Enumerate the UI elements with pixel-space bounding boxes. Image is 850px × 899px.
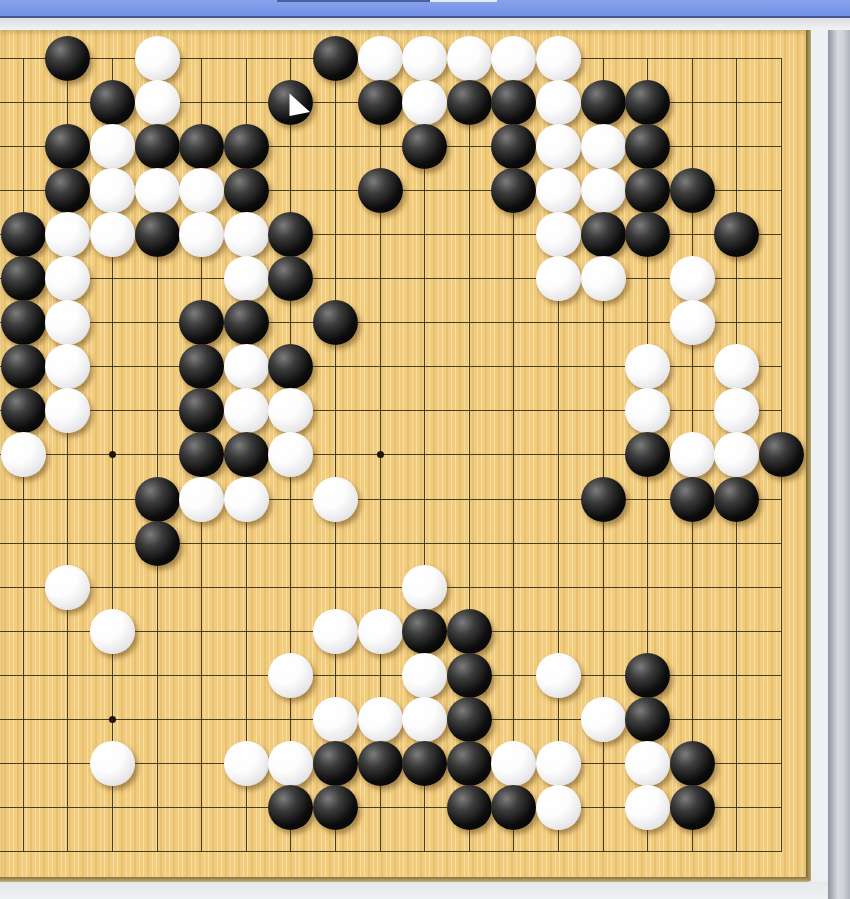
black-stone bbox=[358, 168, 403, 213]
white-stone bbox=[1, 432, 46, 477]
row-label-strip bbox=[811, 30, 828, 881]
black-stone bbox=[581, 477, 626, 522]
white-stone bbox=[402, 36, 447, 81]
white-stone bbox=[625, 785, 670, 830]
white-stone bbox=[45, 388, 90, 433]
white-stone bbox=[45, 344, 90, 389]
white-stone bbox=[224, 212, 269, 257]
black-stone bbox=[313, 36, 358, 81]
white-stone bbox=[224, 388, 269, 433]
black-stone bbox=[447, 741, 492, 786]
black-stone bbox=[447, 697, 492, 742]
white-stone bbox=[90, 212, 135, 257]
white-stone bbox=[224, 256, 269, 301]
white-stone bbox=[625, 344, 670, 389]
black-stone bbox=[135, 477, 180, 522]
white-stone bbox=[625, 388, 670, 433]
white-stone bbox=[536, 741, 581, 786]
white-stone bbox=[45, 256, 90, 301]
white-stone bbox=[179, 168, 224, 213]
white-stone bbox=[135, 36, 180, 81]
white-stone bbox=[45, 565, 90, 610]
black-stone bbox=[224, 168, 269, 213]
white-stone bbox=[224, 344, 269, 389]
white-stone bbox=[714, 432, 759, 477]
black-stone bbox=[670, 785, 715, 830]
white-stone bbox=[581, 697, 626, 742]
grid-line-horizontal bbox=[0, 543, 781, 544]
black-stone bbox=[625, 212, 670, 257]
black-stone bbox=[90, 80, 135, 125]
black-stone bbox=[670, 477, 715, 522]
black-stone bbox=[268, 344, 313, 389]
white-stone bbox=[45, 300, 90, 345]
white-stone bbox=[313, 477, 358, 522]
white-stone bbox=[491, 741, 536, 786]
column-label-strip bbox=[0, 882, 828, 899]
white-stone bbox=[536, 36, 581, 81]
white-stone bbox=[358, 36, 403, 81]
grid-line-horizontal bbox=[0, 499, 781, 500]
black-stone bbox=[179, 432, 224, 477]
white-stone bbox=[447, 36, 492, 81]
black-stone bbox=[625, 168, 670, 213]
black-stone bbox=[625, 653, 670, 698]
black-stone bbox=[625, 697, 670, 742]
black-stone bbox=[714, 477, 759, 522]
black-stone bbox=[581, 80, 626, 125]
black-stone bbox=[670, 741, 715, 786]
white-stone bbox=[90, 168, 135, 213]
black-stone bbox=[268, 785, 313, 830]
black-stone bbox=[179, 124, 224, 169]
white-stone bbox=[224, 741, 269, 786]
black-stone bbox=[358, 80, 403, 125]
black-stone bbox=[313, 300, 358, 345]
black-stone bbox=[447, 80, 492, 125]
white-stone bbox=[536, 256, 581, 301]
black-stone bbox=[224, 124, 269, 169]
black-stone bbox=[402, 609, 447, 654]
white-stone bbox=[135, 168, 180, 213]
white-stone bbox=[402, 697, 447, 742]
black-stone bbox=[224, 300, 269, 345]
star-point bbox=[109, 716, 116, 723]
black-stone bbox=[625, 124, 670, 169]
black-stone bbox=[402, 741, 447, 786]
white-stone bbox=[581, 124, 626, 169]
vertical-scrollbar[interactable] bbox=[828, 30, 850, 899]
star-point bbox=[109, 451, 116, 458]
white-stone bbox=[358, 609, 403, 654]
white-stone bbox=[313, 697, 358, 742]
white-stone bbox=[402, 565, 447, 610]
white-stone bbox=[581, 256, 626, 301]
white-stone bbox=[402, 653, 447, 698]
star-point bbox=[377, 451, 384, 458]
black-stone bbox=[268, 256, 313, 301]
white-stone bbox=[90, 124, 135, 169]
black-stone bbox=[135, 212, 180, 257]
black-stone bbox=[313, 785, 358, 830]
white-stone bbox=[491, 36, 536, 81]
black-stone bbox=[1, 344, 46, 389]
white-stone bbox=[268, 653, 313, 698]
go-client-window: ABCDEFGHIJKLMNOPQRS123456789101112131415… bbox=[0, 0, 850, 899]
black-stone bbox=[179, 344, 224, 389]
black-stone bbox=[135, 124, 180, 169]
black-stone bbox=[625, 80, 670, 125]
black-stone bbox=[447, 653, 492, 698]
white-stone bbox=[45, 212, 90, 257]
white-stone bbox=[670, 432, 715, 477]
white-stone bbox=[402, 80, 447, 125]
black-stone bbox=[1, 300, 46, 345]
white-stone bbox=[536, 124, 581, 169]
black-stone bbox=[313, 741, 358, 786]
black-stone bbox=[1, 212, 46, 257]
black-stone bbox=[135, 521, 180, 566]
white-stone bbox=[268, 432, 313, 477]
white-stone bbox=[90, 609, 135, 654]
white-stone bbox=[625, 741, 670, 786]
white-stone bbox=[581, 168, 626, 213]
white-stone bbox=[670, 300, 715, 345]
white-stone bbox=[536, 785, 581, 830]
black-stone bbox=[447, 785, 492, 830]
white-stone bbox=[670, 256, 715, 301]
black-stone bbox=[268, 80, 313, 125]
black-stone bbox=[179, 300, 224, 345]
black-stone bbox=[670, 168, 715, 213]
black-stone bbox=[45, 168, 90, 213]
black-stone bbox=[491, 785, 536, 830]
white-stone bbox=[714, 388, 759, 433]
black-stone bbox=[268, 212, 313, 257]
black-stone bbox=[714, 212, 759, 257]
black-stone bbox=[224, 432, 269, 477]
grid-line-horizontal bbox=[0, 278, 781, 279]
black-stone bbox=[491, 124, 536, 169]
black-stone bbox=[179, 388, 224, 433]
grid-line-horizontal bbox=[0, 322, 781, 323]
black-stone bbox=[45, 124, 90, 169]
grid-line-horizontal bbox=[0, 587, 781, 588]
white-stone bbox=[714, 344, 759, 389]
black-stone bbox=[581, 212, 626, 257]
white-stone bbox=[224, 477, 269, 522]
black-stone bbox=[45, 36, 90, 81]
last-move-triangle-icon bbox=[268, 80, 313, 125]
black-stone bbox=[447, 609, 492, 654]
black-stone bbox=[1, 256, 46, 301]
black-stone bbox=[358, 741, 403, 786]
white-stone bbox=[179, 212, 224, 257]
white-stone bbox=[313, 609, 358, 654]
black-stone bbox=[759, 432, 804, 477]
white-stone bbox=[135, 80, 180, 125]
white-stone bbox=[536, 653, 581, 698]
black-stone bbox=[625, 432, 670, 477]
white-stone bbox=[179, 477, 224, 522]
white-stone bbox=[358, 697, 403, 742]
white-stone bbox=[536, 212, 581, 257]
black-stone bbox=[491, 80, 536, 125]
black-stone bbox=[491, 168, 536, 213]
black-stone bbox=[402, 124, 447, 169]
white-stone bbox=[536, 168, 581, 213]
white-stone bbox=[536, 80, 581, 125]
go-board[interactable]: ABCDEFGHIJKLMNOPQRS123456789101112131415… bbox=[0, 0, 850, 899]
white-stone bbox=[268, 388, 313, 433]
grid-line-horizontal bbox=[0, 851, 781, 852]
black-stone bbox=[1, 388, 46, 433]
white-stone bbox=[90, 741, 135, 786]
white-stone bbox=[268, 741, 313, 786]
